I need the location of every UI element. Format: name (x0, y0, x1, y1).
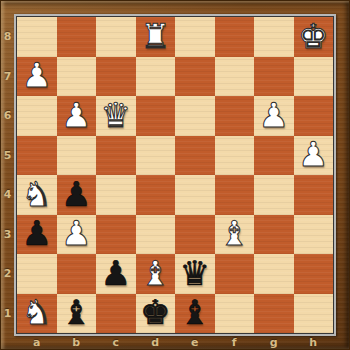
square-e1[interactable]: ♝ (175, 294, 215, 334)
square-b3[interactable]: ♟ (57, 215, 97, 255)
file-label-f: f (215, 336, 255, 349)
rank-label-1: 1 (1, 294, 14, 334)
rank-labels: 87654321 (1, 17, 14, 333)
square-e3[interactable] (175, 215, 215, 255)
piece-white-knight[interactable]: ♞ (22, 295, 52, 329)
square-b8[interactable] (57, 17, 97, 57)
square-d5[interactable] (136, 136, 176, 176)
square-f3[interactable]: ♝ (215, 215, 255, 255)
rank-label-7: 7 (1, 57, 14, 97)
square-f8[interactable] (215, 17, 255, 57)
piece-white-knight[interactable]: ♞ (22, 177, 52, 211)
square-a8[interactable] (17, 17, 57, 57)
piece-black-pawn[interactable]: ♟ (22, 216, 52, 250)
square-c8[interactable] (96, 17, 136, 57)
piece-black-bishop[interactable]: ♝ (180, 295, 210, 329)
square-f7[interactable] (215, 57, 255, 97)
square-g4[interactable] (254, 175, 294, 215)
square-f6[interactable] (215, 96, 255, 136)
square-b5[interactable] (57, 136, 97, 176)
square-g2[interactable] (254, 254, 294, 294)
file-label-e: e (175, 336, 215, 349)
square-c5[interactable] (96, 136, 136, 176)
square-h6[interactable] (294, 96, 334, 136)
square-b6[interactable]: ♟ (57, 96, 97, 136)
square-c6[interactable]: ♛ (96, 96, 136, 136)
square-h2[interactable] (294, 254, 334, 294)
piece-black-bishop[interactable]: ♝ (61, 295, 91, 329)
square-g8[interactable] (254, 17, 294, 57)
square-e2[interactable]: ♛ (175, 254, 215, 294)
piece-white-bishop[interactable]: ♝ (219, 216, 249, 250)
square-h5[interactable]: ♟ (294, 136, 334, 176)
square-f5[interactable] (215, 136, 255, 176)
rank-label-3: 3 (1, 215, 14, 255)
square-c1[interactable] (96, 294, 136, 334)
file-label-h: h (294, 336, 334, 349)
square-h1[interactable] (294, 294, 334, 334)
square-a7[interactable]: ♟ (17, 57, 57, 97)
file-label-d: d (136, 336, 176, 349)
piece-white-bishop[interactable]: ♝ (140, 256, 170, 290)
square-d3[interactable] (136, 215, 176, 255)
file-label-c: c (96, 336, 136, 349)
square-c2[interactable]: ♟ (96, 254, 136, 294)
file-label-a: a (17, 336, 57, 349)
square-h7[interactable] (294, 57, 334, 97)
rank-label-6: 6 (1, 96, 14, 136)
piece-white-pawn[interactable]: ♟ (61, 98, 91, 132)
square-h8[interactable]: ♚ (294, 17, 334, 57)
square-f1[interactable] (215, 294, 255, 334)
piece-white-pawn[interactable]: ♟ (298, 137, 328, 171)
piece-black-pawn[interactable]: ♟ (61, 177, 91, 211)
square-a5[interactable] (17, 136, 57, 176)
file-labels: abcdefgh (17, 336, 333, 349)
square-b1[interactable]: ♝ (57, 294, 97, 334)
piece-white-pawn[interactable]: ♟ (61, 216, 91, 250)
rank-label-5: 5 (1, 136, 14, 176)
square-c7[interactable] (96, 57, 136, 97)
square-d1[interactable]: ♚ (136, 294, 176, 334)
square-g5[interactable] (254, 136, 294, 176)
piece-white-pawn[interactable]: ♟ (22, 58, 52, 92)
square-a2[interactable] (17, 254, 57, 294)
square-b2[interactable] (57, 254, 97, 294)
square-e8[interactable] (175, 17, 215, 57)
square-b7[interactable] (57, 57, 97, 97)
piece-black-queen[interactable]: ♛ (180, 256, 210, 290)
square-h3[interactable] (294, 215, 334, 255)
file-label-g: g (254, 336, 294, 349)
square-f2[interactable] (215, 254, 255, 294)
square-e4[interactable] (175, 175, 215, 215)
square-h4[interactable] (294, 175, 334, 215)
square-g6[interactable]: ♟ (254, 96, 294, 136)
square-d2[interactable]: ♝ (136, 254, 176, 294)
square-f4[interactable] (215, 175, 255, 215)
square-a4[interactable]: ♞ (17, 175, 57, 215)
piece-white-king[interactable]: ♚ (298, 19, 328, 53)
square-g3[interactable] (254, 215, 294, 255)
square-c3[interactable] (96, 215, 136, 255)
piece-white-pawn[interactable]: ♟ (259, 98, 289, 132)
square-e5[interactable] (175, 136, 215, 176)
square-e7[interactable] (175, 57, 215, 97)
square-c4[interactable] (96, 175, 136, 215)
square-a1[interactable]: ♞ (17, 294, 57, 334)
square-e6[interactable] (175, 96, 215, 136)
square-g7[interactable] (254, 57, 294, 97)
piece-black-king[interactable]: ♚ (140, 295, 170, 329)
square-a3[interactable]: ♟ (17, 215, 57, 255)
square-d6[interactable] (136, 96, 176, 136)
piece-black-pawn[interactable]: ♟ (101, 256, 131, 290)
rank-label-2: 2 (1, 254, 14, 294)
board-border: ♜♚♟♟♛♟♟♞♟♟♟♝♟♝♛♞♝♚♝ (14, 14, 336, 336)
square-d7[interactable] (136, 57, 176, 97)
board-grid: ♜♚♟♟♛♟♟♞♟♟♟♝♟♝♛♞♝♚♝ (16, 16, 334, 334)
rank-label-8: 8 (1, 17, 14, 57)
square-a6[interactable] (17, 96, 57, 136)
piece-white-rook[interactable]: ♜ (140, 19, 170, 53)
square-b4[interactable]: ♟ (57, 175, 97, 215)
board-frame: 87654321 abcdefgh ♜♚♟♟♛♟♟♞♟♟♟♝♟♝♛♞♝♚♝ (0, 0, 350, 350)
file-label-b: b (57, 336, 97, 349)
square-g1[interactable] (254, 294, 294, 334)
rank-label-4: 4 (1, 175, 14, 215)
piece-white-queen[interactable]: ♛ (101, 98, 131, 132)
square-d8[interactable]: ♜ (136, 17, 176, 57)
square-d4[interactable] (136, 175, 176, 215)
